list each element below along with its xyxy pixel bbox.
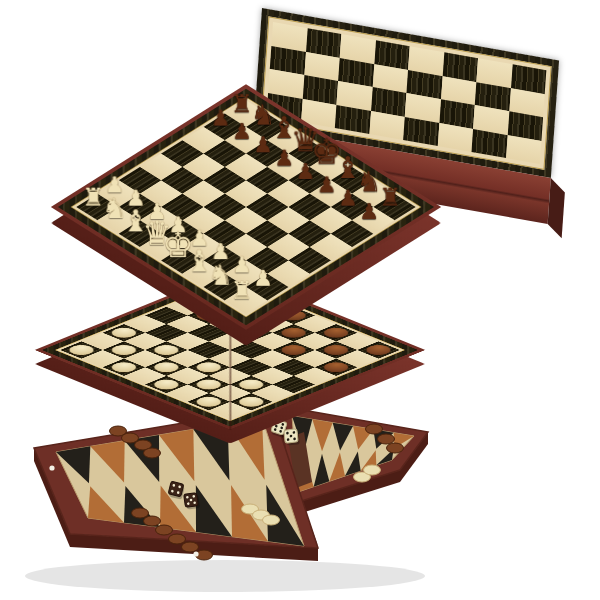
product-photo-stage: ♜♞♝♛♚♝♞♜♟♟♟♟♟♟♟♟♟♟♟♟♟♟♟♟♜♞♝♛♚♝♞♜ <box>0 0 600 600</box>
backgammon-stone-brown <box>169 534 186 544</box>
chess-square: ♜ <box>225 287 267 314</box>
chess-piece-p: ♟ <box>345 201 393 223</box>
die-cream <box>284 429 300 446</box>
backgammon-stone-brown <box>144 516 161 526</box>
lid-square <box>506 135 542 164</box>
lid-square <box>403 116 439 145</box>
lid-square <box>335 104 371 133</box>
backgammon-stone-cream <box>364 465 381 475</box>
backgammon-stone-brown <box>122 433 139 443</box>
backgammon-stone-brown <box>366 424 383 434</box>
backgammon-stone-brown <box>387 443 404 453</box>
magnet-dot <box>49 465 54 470</box>
backgammon-stone-brown <box>132 508 149 518</box>
lid-square <box>437 123 473 152</box>
backgammon-stone-cream <box>263 515 280 525</box>
backgammon-stone-brown <box>182 542 199 552</box>
magnet-dot <box>193 551 198 556</box>
chess-piece-r: ♜ <box>218 278 266 303</box>
backgammon-stone-brown <box>378 434 395 444</box>
chess-square: ♟ <box>352 207 394 234</box>
lid-square <box>471 129 507 158</box>
backgammon-stone-brown <box>144 448 161 458</box>
lid-square <box>369 110 405 139</box>
backgammon-stone-brown <box>156 525 173 535</box>
ground-shadow <box>25 560 425 592</box>
